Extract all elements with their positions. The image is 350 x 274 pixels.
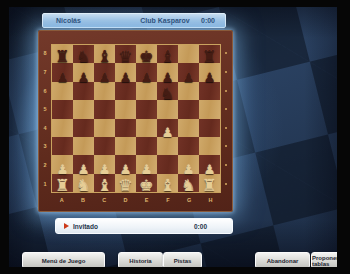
propose-draw-button[interactable]: Proponer tablas: [311, 252, 337, 267]
square-c4[interactable]: [94, 119, 115, 137]
square-c2[interactable]: ♟: [94, 155, 115, 173]
piece-white-pawn-a2[interactable]: ♟: [57, 163, 69, 176]
rank-label-1: 1: [39, 174, 51, 193]
square-c5[interactable]: [94, 100, 115, 118]
piece-black-pawn-e7[interactable]: ♟: [141, 71, 153, 84]
player-clock: 0:00: [194, 223, 207, 230]
opponent-clock-bar: Nicolás Club Kasparov 0:00: [42, 13, 226, 28]
rank-label-7: 7: [39, 63, 51, 82]
square-g4[interactable]: [178, 119, 199, 137]
square-c3[interactable]: [94, 137, 115, 155]
play-triangle-icon: [64, 223, 69, 229]
square-c8[interactable]: ♝: [94, 45, 115, 63]
square-c1[interactable]: ♝: [94, 174, 115, 192]
square-h3[interactable]: [199, 137, 220, 155]
piece-white-king-e1[interactable]: ♚: [139, 178, 153, 194]
hints-button[interactable]: Pistas: [163, 252, 202, 267]
monitor-photo: Nicolás Club Kasparov 0:00 87654321 ♜♞♝♛…: [0, 0, 350, 274]
piece-black-pawn-c7[interactable]: ♟: [99, 71, 111, 84]
square-b4[interactable]: [73, 119, 94, 137]
file-labels: ABCDEFGH: [51, 193, 221, 211]
square-f6[interactable]: ♞: [157, 82, 178, 100]
square-d4[interactable]: [115, 119, 136, 137]
piece-black-rook-a8[interactable]: ♜: [55, 49, 69, 65]
piece-white-pawn-c2[interactable]: ♟: [99, 163, 111, 176]
file-label-d: D: [115, 193, 136, 211]
piece-black-pawn-g7[interactable]: ♟: [183, 71, 195, 84]
rank-label-3: 3: [39, 137, 51, 156]
file-label-g: G: [179, 193, 200, 211]
club-name: Club Kasparov: [140, 17, 189, 24]
file-label-c: C: [94, 193, 115, 211]
square-e1[interactable]: ♚: [136, 174, 157, 192]
opponent-name: Nicolás: [56, 17, 81, 24]
rank-label-6: 6: [39, 81, 51, 100]
piece-white-pawn-h2[interactable]: ♟: [204, 163, 216, 176]
square-a7[interactable]: ♟: [52, 63, 73, 81]
piece-white-knight-b1[interactable]: ♞: [76, 178, 90, 194]
piece-black-pawn-f7[interactable]: ♟: [162, 71, 174, 84]
square-a5[interactable]: [52, 100, 73, 118]
chess-board: 87654321 ♜♞♝♛♚♝♜♟♟♟♟♟♟♟♟♞♟♟♟♟♟♟♟♟♜♞♝♛♚♝♞…: [38, 30, 233, 212]
square-h4[interactable]: [199, 119, 220, 137]
piece-black-pawn-a7[interactable]: ♟: [57, 71, 69, 84]
piece-white-bishop-c1[interactable]: ♝: [97, 178, 111, 194]
player-clock-bar: Invitado 0:00: [55, 218, 233, 234]
piece-black-queen-d8[interactable]: ♛: [118, 49, 132, 65]
square-a1[interactable]: ♜: [52, 174, 73, 192]
square-a4[interactable]: [52, 119, 73, 137]
square-b7[interactable]: ♟: [73, 63, 94, 81]
square-e5[interactable]: [136, 100, 157, 118]
game-screen: Nicolás Club Kasparov 0:00 87654321 ♜♞♝♛…: [9, 7, 337, 267]
piece-black-pawn-b7[interactable]: ♟: [78, 71, 90, 84]
game-menu-button[interactable]: Menú de Juego: [22, 252, 105, 267]
square-f4[interactable]: ♟: [157, 119, 178, 137]
file-label-e: E: [136, 193, 157, 211]
file-label-b: B: [72, 193, 93, 211]
rank-label-8: 8: [39, 44, 51, 63]
history-button[interactable]: Historia: [118, 252, 163, 267]
square-h2[interactable]: ♟: [199, 155, 220, 173]
piece-black-knight-f6[interactable]: ♞: [160, 86, 174, 102]
square-f5[interactable]: [157, 100, 178, 118]
rank-label-5: 5: [39, 100, 51, 119]
square-a8[interactable]: ♜: [52, 45, 73, 63]
square-b5[interactable]: [73, 100, 94, 118]
file-label-a: A: [51, 193, 72, 211]
piece-white-rook-h1[interactable]: ♜: [202, 178, 216, 194]
square-h7[interactable]: ♟: [199, 63, 220, 81]
square-g8[interactable]: [178, 45, 199, 63]
rank-label-4: 4: [39, 119, 51, 138]
file-label-h: H: [200, 193, 221, 211]
piece-white-pawn-f4[interactable]: ♟: [162, 126, 174, 139]
square-g7[interactable]: ♟: [178, 63, 199, 81]
square-e2[interactable]: ♟: [136, 155, 157, 173]
piece-white-pawn-d2[interactable]: ♟: [120, 163, 132, 176]
square-d3[interactable]: [115, 137, 136, 155]
square-e8[interactable]: ♚: [136, 45, 157, 63]
piece-black-knight-b8[interactable]: ♞: [76, 49, 90, 65]
rank-label-2: 2: [39, 156, 51, 175]
resign-button[interactable]: Abandonar: [255, 252, 310, 267]
square-a3[interactable]: [52, 137, 73, 155]
square-a2[interactable]: ♟: [52, 155, 73, 173]
opponent-clock: 0:00: [201, 17, 215, 24]
frame-peg-dots: [223, 44, 229, 193]
square-b8[interactable]: ♞: [73, 45, 94, 63]
piece-white-bishop-f1[interactable]: ♝: [160, 178, 174, 194]
piece-white-rook-a1[interactable]: ♜: [55, 178, 69, 194]
square-e7[interactable]: ♟: [136, 63, 157, 81]
square-g3[interactable]: [178, 137, 199, 155]
piece-white-pawn-e2[interactable]: ♟: [141, 163, 153, 176]
square-d8[interactable]: ♛: [115, 45, 136, 63]
piece-white-pawn-b2[interactable]: ♟: [78, 163, 90, 176]
square-d1[interactable]: ♛: [115, 174, 136, 192]
piece-black-king-e8[interactable]: ♚: [139, 49, 153, 65]
square-h8[interactable]: ♜: [199, 45, 220, 63]
square-h5[interactable]: [199, 100, 220, 118]
square-b2[interactable]: ♟: [73, 155, 94, 173]
square-e3[interactable]: [136, 137, 157, 155]
square-c7[interactable]: ♟: [94, 63, 115, 81]
rank-labels: 87654321: [39, 44, 51, 193]
piece-white-queen-d1[interactable]: ♛: [118, 178, 132, 194]
square-h1[interactable]: ♜: [199, 174, 220, 192]
piece-black-bishop-f8[interactable]: ♝: [160, 49, 174, 65]
square-d2[interactable]: ♟: [115, 155, 136, 173]
square-d5[interactable]: [115, 100, 136, 118]
square-f8[interactable]: ♝: [157, 45, 178, 63]
player-name: Invitado: [73, 223, 98, 230]
square-b3[interactable]: [73, 137, 94, 155]
square-f2[interactable]: [157, 155, 178, 173]
board-squares[interactable]: ♜♞♝♛♚♝♜♟♟♟♟♟♟♟♟♞♟♟♟♟♟♟♟♟♜♞♝♛♚♝♞♜: [51, 44, 221, 193]
square-f7[interactable]: ♟: [157, 63, 178, 81]
square-g2[interactable]: ♟: [178, 155, 199, 173]
square-d7[interactable]: ♟: [115, 63, 136, 81]
square-g5[interactable]: [178, 100, 199, 118]
piece-white-knight-g1[interactable]: ♞: [181, 178, 195, 194]
piece-black-rook-h8[interactable]: ♜: [202, 49, 216, 65]
square-f1[interactable]: ♝: [157, 174, 178, 192]
piece-black-pawn-h7[interactable]: ♟: [204, 71, 216, 84]
piece-black-pawn-d7[interactable]: ♟: [120, 71, 132, 84]
file-label-f: F: [157, 193, 178, 211]
square-g1[interactable]: ♞: [178, 174, 199, 192]
piece-black-bishop-c8[interactable]: ♝: [97, 49, 111, 65]
piece-white-pawn-g2[interactable]: ♟: [183, 163, 195, 176]
square-b1[interactable]: ♞: [73, 174, 94, 192]
square-e4[interactable]: [136, 119, 157, 137]
